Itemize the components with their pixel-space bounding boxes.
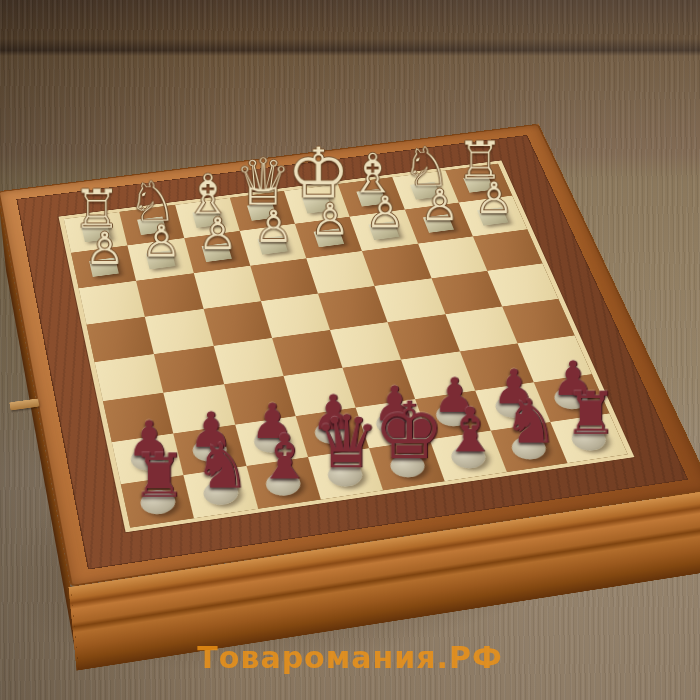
white-piece-glyph: ♙: [198, 212, 238, 256]
white-piece-glyph: ♙: [365, 190, 404, 234]
chess-box: ♖♘♗♕♔♗♘♖♙♙♙♙♙♙♙♙♟♟♟♟♟♟♟♟♜♞♝♛♚♝♞♜: [0, 124, 700, 587]
white-piece-glyph: ♙: [475, 176, 514, 220]
board-margin: ♖♘♗♕♔♗♘♖♙♙♙♙♙♙♙♙♟♟♟♟♟♟♟♟♜♞♝♛♚♝♞♜: [16, 135, 688, 570]
white-piece-glyph: ♙: [141, 219, 181, 264]
black-piece-glyph: ♚: [373, 391, 444, 470]
white-piece-glyph: ♙: [310, 197, 350, 241]
white-piece-glyph: ♙: [254, 204, 294, 248]
white-piece-glyph: ♙: [84, 226, 124, 271]
black-piece-glyph: ♛: [314, 406, 379, 479]
black-piece-glyph: ♜: [131, 446, 185, 507]
black-piece-glyph: ♞: [503, 390, 558, 451]
watermark-text: Товаромания.РФ: [197, 640, 502, 675]
product-photo-scene: ♖♘♗♕♔♗♘♖♙♙♙♙♙♙♙♙♟♟♟♟♟♟♟♟♜♞♝♛♚♝♞♜ Товаром…: [0, 0, 700, 700]
black-piece-glyph: ♜: [564, 384, 617, 443]
board-playfield: ♖♘♗♕♔♗♘♖♙♙♙♙♙♙♙♙♟♟♟♟♟♟♟♟♜♞♝♛♚♝♞♜: [58, 160, 634, 532]
black-piece-glyph: ♝: [442, 399, 497, 461]
piece-layer: ♖♘♗♕♔♗♘♖♙♙♙♙♙♙♙♙♟♟♟♟♟♟♟♟♜♞♝♛♚♝♞♜: [64, 164, 628, 528]
white-piece-glyph: ♙: [420, 183, 459, 227]
black-piece-glyph: ♞: [194, 434, 250, 497]
black-piece-glyph: ♝: [257, 425, 313, 487]
